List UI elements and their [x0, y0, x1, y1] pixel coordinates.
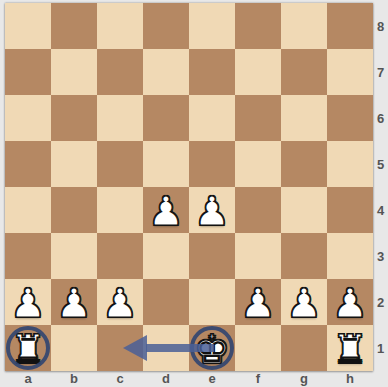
square-c3[interactable] — [97, 233, 143, 279]
square-b8[interactable] — [51, 3, 97, 49]
file-label-f: f — [235, 371, 281, 387]
rank-label-4: 4 — [373, 187, 388, 233]
white-king[interactable]: ♚ — [194, 329, 230, 369]
square-c1[interactable] — [97, 325, 143, 371]
square-d1[interactable] — [143, 325, 189, 371]
square-a8[interactable] — [5, 3, 51, 49]
square-a2[interactable]: ♟ — [5, 279, 51, 325]
rank-label-7: 7 — [373, 49, 388, 95]
square-e7[interactable] — [189, 49, 235, 95]
square-h5[interactable] — [327, 141, 373, 187]
rank-label-2: 2 — [373, 279, 388, 325]
square-f8[interactable] — [235, 3, 281, 49]
chess-board: ♟♟♟♟♟♟♟♟♜♚♜ — [5, 3, 373, 371]
square-f5[interactable] — [235, 141, 281, 187]
square-h7[interactable] — [327, 49, 373, 95]
square-a1[interactable]: ♜ — [5, 325, 51, 371]
square-c7[interactable] — [97, 49, 143, 95]
square-e1[interactable]: ♚ — [189, 325, 235, 371]
square-g3[interactable] — [281, 233, 327, 279]
square-a3[interactable] — [5, 233, 51, 279]
white-pawn[interactable]: ♟ — [286, 283, 322, 323]
square-d3[interactable] — [143, 233, 189, 279]
white-pawn[interactable]: ♟ — [148, 191, 184, 231]
square-a7[interactable] — [5, 49, 51, 95]
square-g1[interactable] — [281, 325, 327, 371]
white-rook[interactable]: ♜ — [10, 329, 46, 369]
square-b7[interactable] — [51, 49, 97, 95]
file-labels: abcdefgh — [5, 371, 373, 387]
square-f6[interactable] — [235, 95, 281, 141]
rank-label-8: 8 — [373, 3, 388, 49]
board-wrap: ♟♟♟♟♟♟♟♟♜♚♜ — [5, 3, 373, 371]
square-h6[interactable] — [327, 95, 373, 141]
square-g2[interactable]: ♟ — [281, 279, 327, 325]
square-e5[interactable] — [189, 141, 235, 187]
white-pawn[interactable]: ♟ — [56, 283, 92, 323]
square-f4[interactable] — [235, 187, 281, 233]
square-b6[interactable] — [51, 95, 97, 141]
square-d6[interactable] — [143, 95, 189, 141]
square-f1[interactable] — [235, 325, 281, 371]
file-label-a: a — [5, 371, 51, 387]
square-b4[interactable] — [51, 187, 97, 233]
square-g4[interactable] — [281, 187, 327, 233]
square-h4[interactable] — [327, 187, 373, 233]
square-f2[interactable]: ♟ — [235, 279, 281, 325]
white-pawn[interactable]: ♟ — [194, 191, 230, 231]
square-a4[interactable] — [5, 187, 51, 233]
file-label-e: e — [189, 371, 235, 387]
square-a5[interactable] — [5, 141, 51, 187]
square-e8[interactable] — [189, 3, 235, 49]
square-c2[interactable]: ♟ — [97, 279, 143, 325]
square-d8[interactable] — [143, 3, 189, 49]
square-a6[interactable] — [5, 95, 51, 141]
square-g8[interactable] — [281, 3, 327, 49]
white-pawn[interactable]: ♟ — [102, 283, 138, 323]
square-d7[interactable] — [143, 49, 189, 95]
file-label-d: d — [143, 371, 189, 387]
square-g6[interactable] — [281, 95, 327, 141]
square-c8[interactable] — [97, 3, 143, 49]
rank-label-1: 1 — [373, 325, 388, 371]
square-b2[interactable]: ♟ — [51, 279, 97, 325]
square-h8[interactable] — [327, 3, 373, 49]
square-d2[interactable] — [143, 279, 189, 325]
square-g7[interactable] — [281, 49, 327, 95]
square-g5[interactable] — [281, 141, 327, 187]
square-b1[interactable] — [51, 325, 97, 371]
square-b3[interactable] — [51, 233, 97, 279]
file-label-g: g — [281, 371, 327, 387]
square-e4[interactable]: ♟ — [189, 187, 235, 233]
white-pawn[interactable]: ♟ — [240, 283, 276, 323]
square-b5[interactable] — [51, 141, 97, 187]
square-e3[interactable] — [189, 233, 235, 279]
file-label-c: c — [97, 371, 143, 387]
file-label-h: h — [327, 371, 373, 387]
white-pawn[interactable]: ♟ — [332, 283, 368, 323]
square-h3[interactable] — [327, 233, 373, 279]
rank-label-6: 6 — [373, 95, 388, 141]
file-label-b: b — [51, 371, 97, 387]
square-e2[interactable] — [189, 279, 235, 325]
rank-label-3: 3 — [373, 233, 388, 279]
square-d5[interactable] — [143, 141, 189, 187]
square-h1[interactable]: ♜ — [327, 325, 373, 371]
square-e6[interactable] — [189, 95, 235, 141]
white-rook[interactable]: ♜ — [332, 329, 368, 369]
white-pawn[interactable]: ♟ — [10, 283, 46, 323]
square-h2[interactable]: ♟ — [327, 279, 373, 325]
square-f3[interactable] — [235, 233, 281, 279]
square-c5[interactable] — [97, 141, 143, 187]
page: ♟♟♟♟♟♟♟♟♜♚♜ abcdefgh 87654321 — [0, 0, 388, 387]
square-d4[interactable]: ♟ — [143, 187, 189, 233]
square-c6[interactable] — [97, 95, 143, 141]
rank-labels: 87654321 — [373, 3, 388, 371]
square-c4[interactable] — [97, 187, 143, 233]
square-f7[interactable] — [235, 49, 281, 95]
rank-label-5: 5 — [373, 141, 388, 187]
